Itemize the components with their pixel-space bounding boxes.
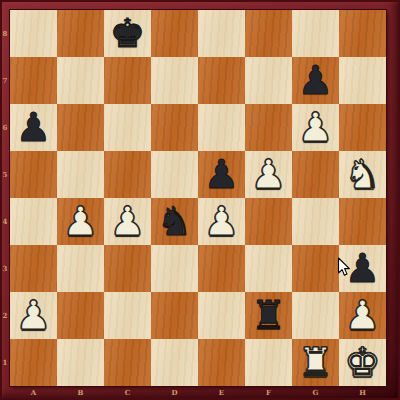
rank-label-4: 4 [0, 198, 10, 245]
square-d2[interactable] [151, 292, 198, 339]
square-c8[interactable]: ♚ [104, 10, 151, 57]
square-d7[interactable] [151, 57, 198, 104]
black-pawn[interactable]: ♟ [10, 104, 57, 151]
square-f5[interactable]: ♟ [245, 151, 292, 198]
square-b7[interactable] [57, 57, 104, 104]
rank-label-5: 5 [0, 151, 10, 198]
file-label-f: F [245, 386, 292, 400]
square-d5[interactable] [151, 151, 198, 198]
white-pawn[interactable]: ♟ [339, 292, 386, 339]
square-a5[interactable] [10, 151, 57, 198]
square-h7[interactable] [339, 57, 386, 104]
file-label-c: C [104, 386, 151, 400]
white-pawn[interactable]: ♟ [292, 104, 339, 151]
square-e2[interactable] [198, 292, 245, 339]
black-pawn[interactable]: ♟ [198, 151, 245, 198]
rank-label-7: 7 [0, 57, 10, 104]
square-e6[interactable] [198, 104, 245, 151]
board-squares: ♚♟♟♟♟♟♞♟♟♞♟♟♟♜♟♜♚ [10, 10, 386, 386]
white-knight[interactable]: ♞ [339, 151, 386, 198]
square-c5[interactable] [104, 151, 151, 198]
square-f6[interactable] [245, 104, 292, 151]
square-e8[interactable] [198, 10, 245, 57]
square-g4[interactable] [292, 198, 339, 245]
square-d1[interactable] [151, 339, 198, 386]
rank-label-8: 8 [0, 10, 10, 57]
square-d4[interactable]: ♞ [151, 198, 198, 245]
square-a1[interactable] [10, 339, 57, 386]
rank-label-1: 1 [0, 339, 10, 386]
square-e1[interactable] [198, 339, 245, 386]
black-pawn[interactable]: ♟ [292, 57, 339, 104]
square-h5[interactable]: ♞ [339, 151, 386, 198]
square-a2[interactable]: ♟ [10, 292, 57, 339]
black-king[interactable]: ♚ [104, 10, 151, 57]
white-pawn[interactable]: ♟ [104, 198, 151, 245]
square-g6[interactable]: ♟ [292, 104, 339, 151]
file-label-h: H [339, 386, 386, 400]
file-label-e: E [198, 386, 245, 400]
square-f8[interactable] [245, 10, 292, 57]
white-pawn[interactable]: ♟ [198, 198, 245, 245]
file-labels: ABCDEFGH [10, 386, 386, 400]
square-f7[interactable] [245, 57, 292, 104]
square-e3[interactable] [198, 245, 245, 292]
black-pawn[interactable]: ♟ [339, 245, 386, 292]
square-a8[interactable] [10, 10, 57, 57]
file-label-a: A [10, 386, 57, 400]
square-h8[interactable] [339, 10, 386, 57]
square-a7[interactable] [10, 57, 57, 104]
square-b1[interactable] [57, 339, 104, 386]
square-h4[interactable] [339, 198, 386, 245]
square-c4[interactable]: ♟ [104, 198, 151, 245]
square-a4[interactable] [10, 198, 57, 245]
square-c2[interactable] [104, 292, 151, 339]
white-rook[interactable]: ♜ [292, 339, 339, 386]
rank-label-2: 2 [0, 292, 10, 339]
square-b2[interactable] [57, 292, 104, 339]
square-f2[interactable]: ♜ [245, 292, 292, 339]
square-h2[interactable]: ♟ [339, 292, 386, 339]
file-label-d: D [151, 386, 198, 400]
white-pawn[interactable]: ♟ [245, 151, 292, 198]
white-pawn[interactable]: ♟ [57, 198, 104, 245]
square-g8[interactable] [292, 10, 339, 57]
square-b3[interactable] [57, 245, 104, 292]
rank-label-3: 3 [0, 245, 10, 292]
square-c3[interactable] [104, 245, 151, 292]
square-c6[interactable] [104, 104, 151, 151]
black-rook[interactable]: ♜ [245, 292, 292, 339]
square-d8[interactable] [151, 10, 198, 57]
square-g5[interactable] [292, 151, 339, 198]
square-g3[interactable] [292, 245, 339, 292]
square-b8[interactable] [57, 10, 104, 57]
rank-label-6: 6 [0, 104, 10, 151]
square-c7[interactable] [104, 57, 151, 104]
file-label-g: G [292, 386, 339, 400]
square-g1[interactable]: ♜ [292, 339, 339, 386]
square-b5[interactable] [57, 151, 104, 198]
file-label-b: B [57, 386, 104, 400]
rank-labels: 87654321 [0, 10, 10, 386]
square-f1[interactable] [245, 339, 292, 386]
square-a6[interactable]: ♟ [10, 104, 57, 151]
white-pawn[interactable]: ♟ [10, 292, 57, 339]
square-h1[interactable]: ♚ [339, 339, 386, 386]
square-g7[interactable]: ♟ [292, 57, 339, 104]
chess-board: ♚♟♟♟♟♟♞♟♟♞♟♟♟♜♟♜♚ 87654321 ABCDEFGH [0, 0, 400, 400]
square-a3[interactable] [10, 245, 57, 292]
square-f3[interactable] [245, 245, 292, 292]
square-d6[interactable] [151, 104, 198, 151]
square-e4[interactable]: ♟ [198, 198, 245, 245]
square-g2[interactable] [292, 292, 339, 339]
square-h3[interactable]: ♟ [339, 245, 386, 292]
square-e7[interactable] [198, 57, 245, 104]
square-b4[interactable]: ♟ [57, 198, 104, 245]
square-b6[interactable] [57, 104, 104, 151]
square-e5[interactable]: ♟ [198, 151, 245, 198]
white-king[interactable]: ♚ [339, 339, 386, 386]
square-d3[interactable] [151, 245, 198, 292]
square-c1[interactable] [104, 339, 151, 386]
square-f4[interactable] [245, 198, 292, 245]
square-h6[interactable] [339, 104, 386, 151]
black-knight[interactable]: ♞ [151, 198, 198, 245]
